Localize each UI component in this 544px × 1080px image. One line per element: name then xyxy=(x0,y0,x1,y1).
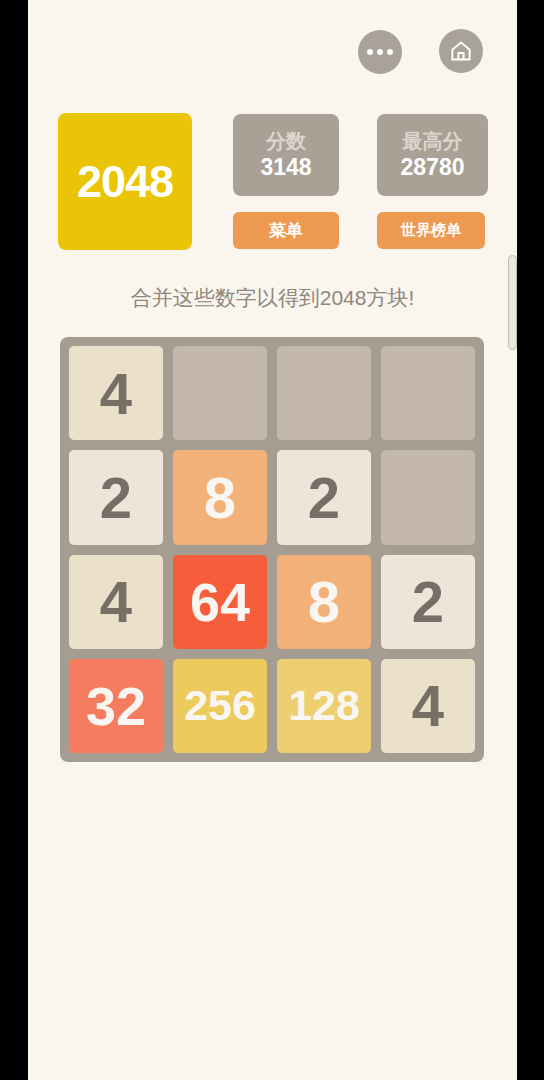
score-label: 分数 xyxy=(266,130,306,153)
game-logo: 2048 xyxy=(58,113,192,250)
tile-8: 8 xyxy=(173,450,267,544)
empty-cell xyxy=(381,450,475,544)
tile-4: 4 xyxy=(381,659,475,753)
tile-2: 2 xyxy=(69,450,163,544)
ellipsis-icon xyxy=(367,49,393,55)
best-score-label: 最高分 xyxy=(403,130,463,153)
instruction-text: 合并这些数字以得到2048方块! xyxy=(28,284,517,312)
tile-4: 4 xyxy=(69,346,163,440)
best-score-value: 28780 xyxy=(401,154,465,180)
menu-button[interactable]: 菜单 xyxy=(233,212,339,249)
score-value: 3148 xyxy=(260,154,311,180)
tile-256: 256 xyxy=(173,659,267,753)
home-button[interactable] xyxy=(439,29,483,73)
tile-2: 2 xyxy=(381,555,475,649)
app-screen: 2048 分数 3148 最高分 28780 菜单 世界榜单 合并这些数字以得到… xyxy=(28,0,517,1080)
tile-4: 4 xyxy=(69,555,163,649)
empty-cell xyxy=(173,346,267,440)
tile-128: 128 xyxy=(277,659,371,753)
empty-cell xyxy=(381,346,475,440)
leaderboard-button[interactable]: 世界榜单 xyxy=(377,212,485,249)
home-icon xyxy=(448,38,474,64)
score-box: 分数 3148 xyxy=(233,114,339,196)
more-button[interactable] xyxy=(358,30,402,74)
board[interactable]: 428246482322561284 xyxy=(60,337,484,762)
best-score-box: 最高分 28780 xyxy=(377,114,488,196)
scrollbar-thumb[interactable] xyxy=(508,255,517,350)
tile-2: 2 xyxy=(277,450,371,544)
tile-64: 64 xyxy=(173,555,267,649)
tile-32: 32 xyxy=(69,659,163,753)
empty-cell xyxy=(277,346,371,440)
tile-8: 8 xyxy=(277,555,371,649)
